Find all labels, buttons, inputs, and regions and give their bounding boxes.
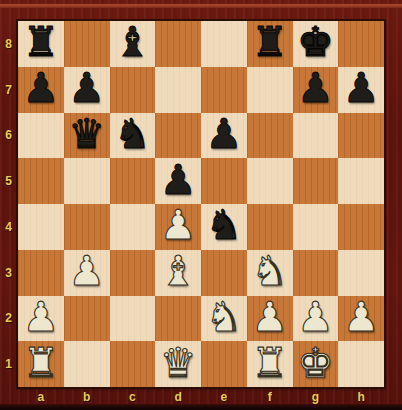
- frame-highlight-strip: [0, 4, 402, 8]
- rank-label-2: 2: [0, 296, 17, 342]
- square-h8[interactable]: [338, 21, 384, 67]
- square-c1[interactable]: [110, 341, 156, 387]
- piece-black-pawn[interactable]: ♟: [160, 160, 197, 201]
- piece-white-pawn[interactable]: ♟: [22, 297, 59, 338]
- square-e5[interactable]: [201, 158, 247, 204]
- square-e7[interactable]: [201, 67, 247, 113]
- piece-black-knight[interactable]: ♞: [114, 114, 151, 155]
- square-c7[interactable]: [110, 67, 156, 113]
- rank-label-3: 3: [0, 250, 17, 296]
- square-h3[interactable]: [338, 250, 384, 296]
- rank-label-1: 1: [0, 341, 17, 387]
- square-a7[interactable]: ♟: [18, 67, 64, 113]
- square-d8[interactable]: [155, 21, 201, 67]
- piece-white-pawn[interactable]: ♟: [343, 297, 380, 338]
- square-h5[interactable]: [338, 158, 384, 204]
- square-c6[interactable]: ♞: [110, 113, 156, 159]
- square-f1[interactable]: ♜: [247, 341, 293, 387]
- piece-white-bishop[interactable]: ♝: [160, 251, 197, 292]
- square-a6[interactable]: [18, 113, 64, 159]
- square-d7[interactable]: [155, 67, 201, 113]
- piece-black-queen[interactable]: ♛: [68, 114, 105, 155]
- square-c2[interactable]: [110, 296, 156, 342]
- square-a5[interactable]: [18, 158, 64, 204]
- square-a4[interactable]: [18, 204, 64, 250]
- square-g4[interactable]: [293, 204, 339, 250]
- square-b2[interactable]: [64, 296, 110, 342]
- piece-black-knight[interactable]: ♞: [205, 205, 242, 246]
- rank-label-8: 8: [0, 21, 17, 67]
- square-f5[interactable]: [247, 158, 293, 204]
- square-d2[interactable]: [155, 296, 201, 342]
- square-e6[interactable]: ♟: [201, 113, 247, 159]
- square-b4[interactable]: [64, 204, 110, 250]
- piece-white-rook[interactable]: ♜: [22, 343, 59, 384]
- square-f8[interactable]: ♜: [247, 21, 293, 67]
- square-d4[interactable]: ♟: [155, 204, 201, 250]
- piece-white-pawn[interactable]: ♟: [160, 205, 197, 246]
- square-g3[interactable]: [293, 250, 339, 296]
- piece-black-rook[interactable]: ♜: [251, 22, 288, 63]
- square-g2[interactable]: ♟: [293, 296, 339, 342]
- piece-black-pawn[interactable]: ♟: [68, 68, 105, 109]
- rank-label-5: 5: [0, 158, 17, 204]
- chessboard[interactable]: ♜♝♜♚♟♟♟♟♛♞♟♟♟♞♟♝♞♟♞♟♟♟♜♛♜♚: [18, 21, 384, 387]
- piece-black-king[interactable]: ♚: [297, 22, 334, 63]
- square-e4[interactable]: ♞: [201, 204, 247, 250]
- square-b6[interactable]: ♛: [64, 113, 110, 159]
- square-b7[interactable]: ♟: [64, 67, 110, 113]
- piece-white-knight[interactable]: ♞: [205, 297, 242, 338]
- square-g8[interactable]: ♚: [293, 21, 339, 67]
- square-a8[interactable]: ♜: [18, 21, 64, 67]
- square-b1[interactable]: [64, 341, 110, 387]
- piece-white-knight[interactable]: ♞: [251, 251, 288, 292]
- piece-black-pawn[interactable]: ♟: [343, 68, 380, 109]
- square-f3[interactable]: ♞: [247, 250, 293, 296]
- square-d1[interactable]: ♛: [155, 341, 201, 387]
- piece-white-rook[interactable]: ♜: [251, 343, 288, 384]
- rank-label-4: 4: [0, 204, 17, 250]
- square-h6[interactable]: [338, 113, 384, 159]
- piece-black-pawn[interactable]: ♟: [22, 68, 59, 109]
- square-a1[interactable]: ♜: [18, 341, 64, 387]
- piece-white-king[interactable]: ♚: [297, 343, 334, 384]
- square-c5[interactable]: [110, 158, 156, 204]
- piece-white-pawn[interactable]: ♟: [251, 297, 288, 338]
- piece-white-pawn[interactable]: ♟: [297, 297, 334, 338]
- square-h7[interactable]: ♟: [338, 67, 384, 113]
- square-e8[interactable]: [201, 21, 247, 67]
- square-f7[interactable]: [247, 67, 293, 113]
- square-d3[interactable]: ♝: [155, 250, 201, 296]
- piece-black-pawn[interactable]: ♟: [297, 68, 334, 109]
- square-h4[interactable]: [338, 204, 384, 250]
- rank-labels: 87654321: [0, 21, 17, 387]
- square-g1[interactable]: ♚: [293, 341, 339, 387]
- square-c8[interactable]: ♝: [110, 21, 156, 67]
- piece-white-pawn[interactable]: ♟: [68, 251, 105, 292]
- square-a3[interactable]: [18, 250, 64, 296]
- square-h1[interactable]: [338, 341, 384, 387]
- piece-black-rook[interactable]: ♜: [22, 22, 59, 63]
- square-f6[interactable]: [247, 113, 293, 159]
- square-b3[interactable]: ♟: [64, 250, 110, 296]
- rank-label-7: 7: [0, 67, 17, 113]
- square-b5[interactable]: [64, 158, 110, 204]
- square-f4[interactable]: [247, 204, 293, 250]
- square-g5[interactable]: [293, 158, 339, 204]
- square-e1[interactable]: [201, 341, 247, 387]
- piece-black-bishop[interactable]: ♝: [114, 22, 151, 63]
- rank-label-6: 6: [0, 113, 17, 159]
- frame-bottom-shadow: [0, 404, 402, 410]
- square-f2[interactable]: ♟: [247, 296, 293, 342]
- piece-white-queen[interactable]: ♛: [160, 343, 197, 384]
- square-g6[interactable]: [293, 113, 339, 159]
- square-g7[interactable]: ♟: [293, 67, 339, 113]
- square-e3[interactable]: [201, 250, 247, 296]
- piece-black-pawn[interactable]: ♟: [205, 114, 242, 155]
- square-a2[interactable]: ♟: [18, 296, 64, 342]
- square-c4[interactable]: [110, 204, 156, 250]
- square-c3[interactable]: [110, 250, 156, 296]
- square-e2[interactable]: ♞: [201, 296, 247, 342]
- chessboard-frame: 87654321 ♜♝♜♚♟♟♟♟♛♞♟♟♟♞♟♝♞♟♞♟♟♟♜♛♜♚ abcd…: [0, 0, 402, 410]
- square-d6[interactable]: [155, 113, 201, 159]
- square-b8[interactable]: [64, 21, 110, 67]
- square-h2[interactable]: ♟: [338, 296, 384, 342]
- square-d5[interactable]: ♟: [155, 158, 201, 204]
